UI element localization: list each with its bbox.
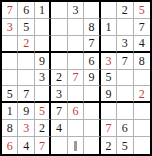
cell-r2c2[interactable]: 5 xyxy=(18,19,34,36)
digit: 5 xyxy=(105,71,111,83)
cell-r1c9[interactable]: 5 xyxy=(134,2,150,19)
cell-r1c2[interactable]: 6 xyxy=(18,2,34,19)
cell-r3c2[interactable]: 2 xyxy=(18,36,34,53)
digit: 4 xyxy=(23,140,29,152)
cell-r3c1[interactable] xyxy=(2,36,18,53)
cell-r1c6[interactable] xyxy=(84,2,100,19)
cell-r7c1[interactable]: 1 xyxy=(2,103,18,120)
digit: 1 xyxy=(7,105,13,117)
cell-r7c3[interactable]: 5 xyxy=(35,103,51,120)
cell-r5c9[interactable] xyxy=(134,70,150,87)
cell-r3c5[interactable] xyxy=(68,36,84,53)
cell-r8c6[interactable] xyxy=(84,120,100,137)
cell-r1c1[interactable]: 7 xyxy=(2,2,18,19)
cell-r9c5[interactable] xyxy=(68,137,84,154)
cell-r7c4[interactable]: 7 xyxy=(51,103,67,120)
digit: 5 xyxy=(139,4,145,16)
cell-r2c7[interactable]: 1 xyxy=(101,19,117,36)
digit: 7 xyxy=(72,71,78,83)
cell-r4c5[interactable] xyxy=(68,53,84,70)
cell-r3c3[interactable] xyxy=(35,36,51,53)
cell-r5c5[interactable]: 7 xyxy=(68,70,84,87)
cell-r8c9[interactable] xyxy=(134,120,150,137)
cell-r5c8[interactable] xyxy=(117,70,133,87)
cell-r3c8[interactable]: 3 xyxy=(117,36,133,53)
cell-r9c7[interactable]: 2 xyxy=(101,137,117,154)
digit: 5 xyxy=(23,21,29,33)
cell-r6c2[interactable]: 7 xyxy=(18,86,34,103)
digit: 2 xyxy=(39,122,45,134)
cell-r7c5[interactable]: 6 xyxy=(68,103,84,120)
cell-r9c1[interactable]: 6 xyxy=(2,137,18,154)
cell-r3c9[interactable]: 4 xyxy=(134,36,150,53)
cell-r8c3[interactable]: 2 xyxy=(35,120,51,137)
cell-r6c4[interactable]: 3 xyxy=(51,86,67,103)
cell-r9c8[interactable]: 5 xyxy=(117,137,133,154)
cell-r1c4[interactable] xyxy=(51,2,67,19)
cell-r4c7[interactable]: 3 xyxy=(101,53,117,70)
cell-r7c2[interactable]: 9 xyxy=(18,103,34,120)
digit: 1 xyxy=(105,21,111,33)
cell-r6c1[interactable]: 5 xyxy=(2,86,18,103)
digit: 3 xyxy=(23,122,29,134)
cell-r2c9[interactable]: 7 xyxy=(134,19,150,36)
digit: 9 xyxy=(23,105,29,117)
cell-r4c2[interactable] xyxy=(18,53,34,70)
cell-r8c1[interactable]: 8 xyxy=(2,120,18,137)
digit: 9 xyxy=(39,55,45,67)
digit: 9 xyxy=(105,88,111,100)
cell-r9c4[interactable] xyxy=(51,137,67,154)
cell-r1c7[interactable] xyxy=(101,2,117,19)
digit: 8 xyxy=(88,21,94,33)
cell-r8c4[interactable]: 4 xyxy=(51,120,67,137)
cell-r7c8[interactable] xyxy=(117,103,133,120)
cell-r3c6[interactable]: 7 xyxy=(84,36,100,53)
cell-r4c3[interactable]: 9 xyxy=(35,53,51,70)
digit: 6 xyxy=(23,4,29,16)
digit: 7 xyxy=(105,122,111,134)
digit: 4 xyxy=(139,37,145,49)
digit: 6 xyxy=(72,105,78,117)
digit: 7 xyxy=(39,140,45,152)
digit: 7 xyxy=(7,4,13,16)
cell-r1c3[interactable]: 1 xyxy=(35,2,51,19)
cell-r3c4[interactable] xyxy=(51,36,67,53)
cell-r4c6[interactable]: 6 xyxy=(84,53,100,70)
cell-r2c1[interactable]: 3 xyxy=(2,19,18,36)
digit: 3 xyxy=(105,55,111,67)
digit: 6 xyxy=(88,55,94,67)
digit: 2 xyxy=(56,71,62,83)
cell-r6c6[interactable] xyxy=(84,86,100,103)
cell-r5c3[interactable]: 3 xyxy=(35,70,51,87)
cell-r9c3[interactable]: 7 xyxy=(35,137,51,154)
digit: 4 xyxy=(56,122,62,134)
cell-r5c2[interactable] xyxy=(18,70,34,87)
digit: 7 xyxy=(122,55,128,67)
digit: 1 xyxy=(39,4,45,16)
cell-r1c8[interactable]: 2 xyxy=(117,2,133,19)
digit: 3 xyxy=(7,21,13,33)
cell-r4c9[interactable]: 8 xyxy=(134,53,150,70)
cell-r5c4[interactable]: 2 xyxy=(51,70,67,87)
cell-r8c5[interactable] xyxy=(68,120,84,137)
sudoku-app: 7613253581727349637832795573921957683247… xyxy=(0,0,152,156)
cell-r8c2[interactable]: 3 xyxy=(18,120,34,137)
digit: 3 xyxy=(122,37,128,49)
digit: 3 xyxy=(72,4,78,16)
digit: 9 xyxy=(88,71,94,83)
digit: 5 xyxy=(39,105,45,117)
cell-r9c2[interactable]: 4 xyxy=(18,137,34,154)
digit: 3 xyxy=(56,88,62,100)
cell-r2c4[interactable] xyxy=(51,19,67,36)
cell-r9c9[interactable] xyxy=(134,137,150,154)
text-caret xyxy=(74,141,77,151)
cell-r2c3[interactable] xyxy=(35,19,51,36)
digit: 5 xyxy=(7,88,13,100)
cell-r2c8[interactable] xyxy=(117,19,133,36)
sudoku-board: 7613253581727349637832795573921957683247… xyxy=(0,0,152,156)
cell-r5c6[interactable]: 9 xyxy=(84,70,100,87)
cell-r4c1[interactable] xyxy=(2,53,18,70)
cell-r7c7[interactable] xyxy=(101,103,117,120)
cell-r2c5[interactable] xyxy=(68,19,84,36)
cell-r4c8[interactable]: 7 xyxy=(117,53,133,70)
cell-r6c9[interactable]: 2 xyxy=(134,86,150,103)
cell-r6c5[interactable] xyxy=(68,86,84,103)
digit: 3 xyxy=(39,71,45,83)
cell-r6c3[interactable] xyxy=(35,86,51,103)
digit: 8 xyxy=(139,55,145,67)
cell-r4c4[interactable] xyxy=(51,53,67,70)
cell-r6c8[interactable] xyxy=(117,86,133,103)
cell-r7c6[interactable] xyxy=(84,103,100,120)
cell-r1c5[interactable]: 3 xyxy=(68,2,84,19)
digit: 2 xyxy=(122,4,128,16)
cell-r9c6[interactable] xyxy=(84,137,100,154)
digit: 2 xyxy=(23,37,29,49)
cell-r5c1[interactable] xyxy=(2,70,18,87)
digit: 7 xyxy=(23,88,29,100)
digit: 8 xyxy=(7,122,13,134)
cell-r7c9[interactable] xyxy=(134,103,150,120)
cell-r5c7[interactable]: 5 xyxy=(101,70,117,87)
digit: 7 xyxy=(88,37,94,49)
digit: 6 xyxy=(122,122,128,134)
digit: 2 xyxy=(105,140,111,152)
cell-r8c8[interactable]: 6 xyxy=(117,120,133,137)
digit: 7 xyxy=(56,105,62,117)
digit: 7 xyxy=(139,21,145,33)
cell-r2c6[interactable]: 8 xyxy=(84,19,100,36)
digit: 2 xyxy=(139,88,145,100)
cell-r8c7[interactable]: 7 xyxy=(101,120,117,137)
cell-r3c7[interactable] xyxy=(101,36,117,53)
cell-r6c7[interactable]: 9 xyxy=(101,86,117,103)
digit: 5 xyxy=(122,140,128,152)
digit: 6 xyxy=(7,140,13,152)
